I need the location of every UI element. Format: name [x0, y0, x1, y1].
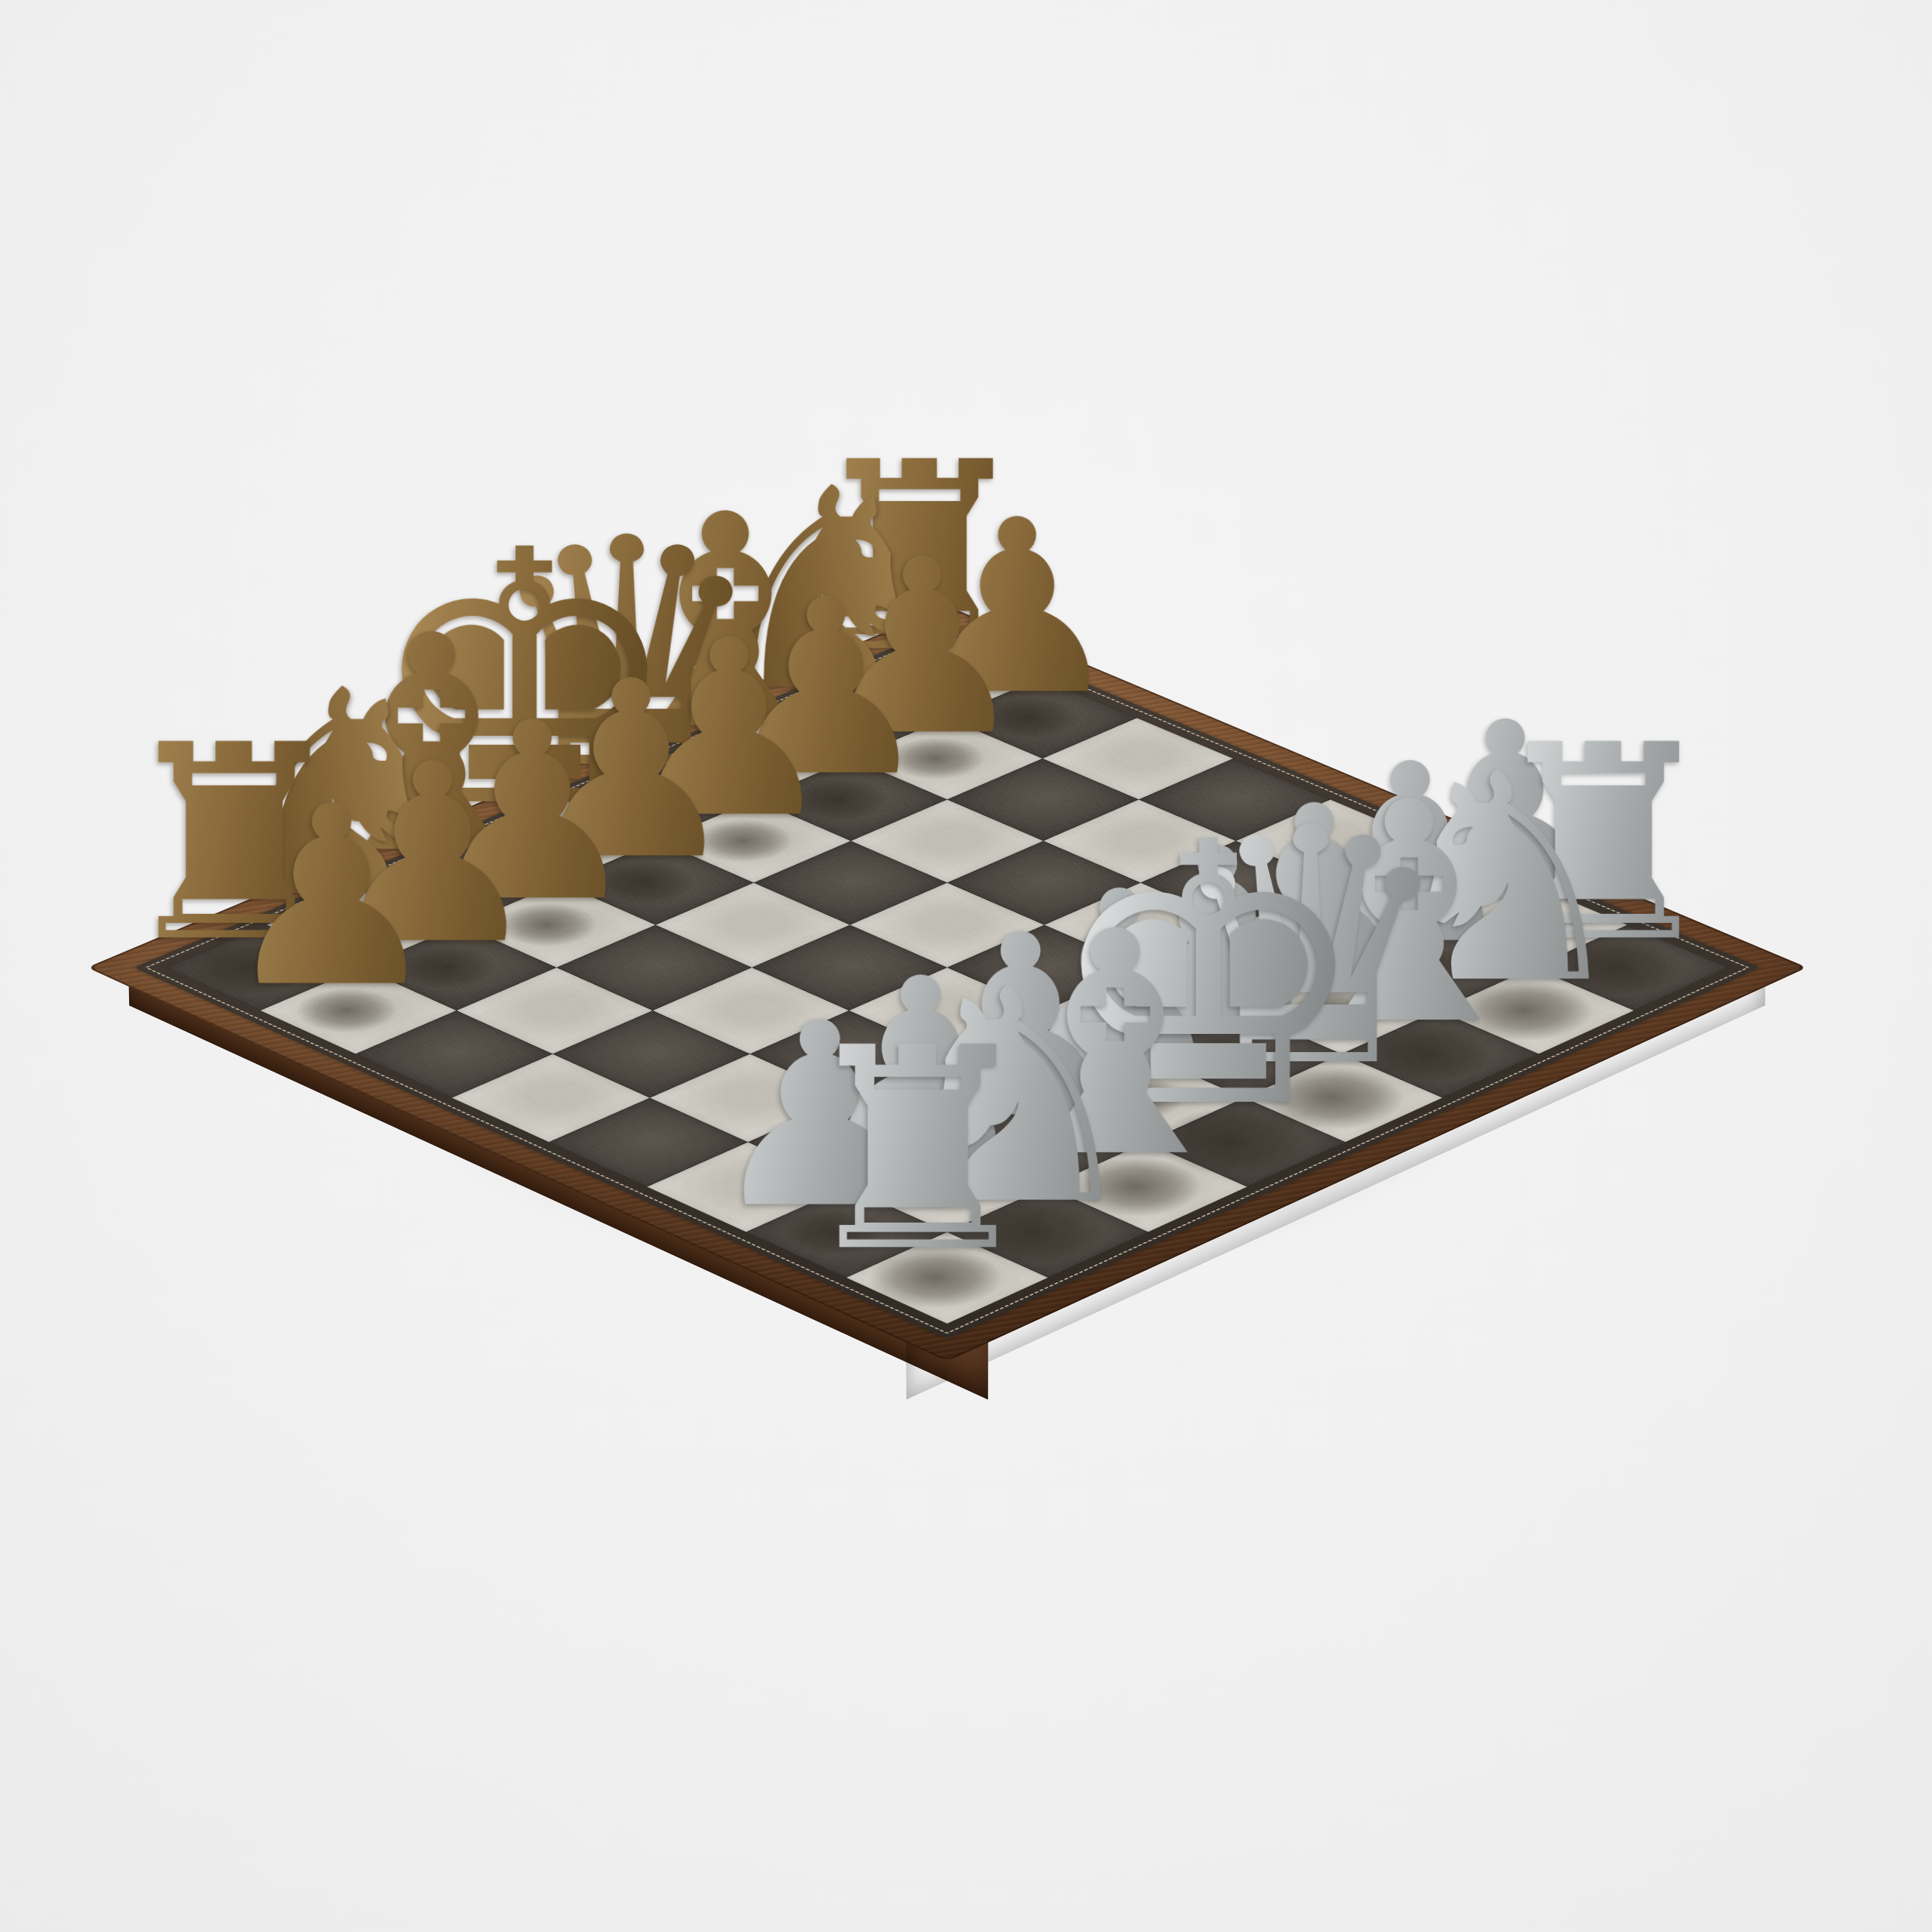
photo-scene: ♜♞♟♝♟♛♟♚♟♝♟♞♟♟♜♟♜♟♟♞♟♝♟♛♟♚♟♝♟♞♟♜: [0, 0, 1932, 1932]
pawn-glyph: ♟: [103, 773, 559, 1020]
rook-glyph: ♜: [683, 1011, 1152, 1290]
chess-board: ♜♞♟♝♟♛♟♚♟♝♟♞♟♟♜♟♜♟♟♞♟♝♟♛♟♚♟♝♟♞♟♜: [166, 638, 1728, 1324]
